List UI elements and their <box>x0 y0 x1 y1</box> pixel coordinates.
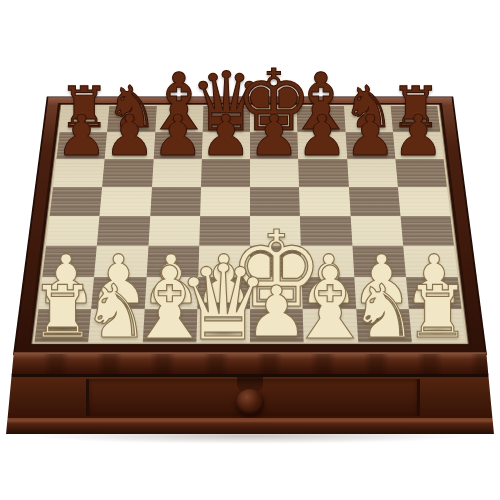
square-h5[interactable] <box>398 187 451 216</box>
piece-white-rook-h1[interactable]: ♜ <box>405 276 470 348</box>
square-b5[interactable] <box>100 187 152 216</box>
square-c5[interactable] <box>150 187 201 216</box>
drawer-knob[interactable] <box>236 389 264 415</box>
cabinet-front <box>6 352 494 434</box>
piece-dark-pawn-f7[interactable]: ♟ <box>297 107 348 164</box>
piece-dark-pawn-h7[interactable]: ♟ <box>393 107 444 164</box>
piece-dark-pawn-a7[interactable]: ♟ <box>56 107 107 164</box>
piece-dark-pawn-c7[interactable]: ♟ <box>152 107 203 164</box>
piece-dark-pawn-e7[interactable]: ♟ <box>249 107 300 164</box>
piece-dark-pawn-b7[interactable]: ♟ <box>104 107 155 164</box>
square-a5[interactable] <box>50 187 103 216</box>
piece-dark-pawn-g7[interactable]: ♟ <box>345 107 396 164</box>
product-photo: ♜♞♝♛♚♝♞♜♟♟♟♟♟♟♟♟♟♟♟♟♚♟♟♟♜♞♝♛♟♝♞♜ <box>0 0 500 500</box>
piece-dark-pawn-d7[interactable]: ♟ <box>201 107 252 164</box>
square-g5[interactable] <box>348 187 400 216</box>
floor-shadow <box>30 428 470 444</box>
